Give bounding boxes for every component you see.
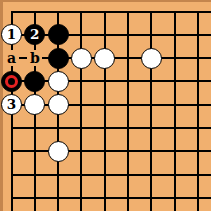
- black-stone: [1, 71, 22, 92]
- point-label-b: b: [27, 50, 42, 66]
- black-stone: [24, 71, 45, 92]
- move-number: 3: [7, 98, 16, 112]
- black-stone: [48, 24, 69, 45]
- white-stone: [94, 48, 115, 69]
- grid-line-horizontal: [11, 174, 212, 176]
- white-stone: 3: [1, 94, 22, 115]
- board-edge-shadow-top: [0, 0, 211, 2]
- black-stone: 2: [24, 24, 45, 45]
- go-board-diagram: 12ab3: [0, 0, 211, 211]
- white-stone: [48, 71, 69, 92]
- move-number: 2: [30, 28, 39, 42]
- black-stone: [48, 48, 69, 69]
- white-stone: [141, 48, 162, 69]
- white-stone: 1: [1, 24, 22, 45]
- grid-line-vertical: [80, 11, 82, 212]
- grid-line-horizontal: [11, 150, 212, 152]
- grid-line-horizontal: [11, 11, 212, 13]
- white-stone: [48, 141, 69, 162]
- move-number: 1: [7, 28, 16, 42]
- grid-line-horizontal: [11, 127, 212, 129]
- grid-line-vertical: [174, 11, 176, 212]
- point-label-a: a: [4, 50, 19, 66]
- white-stone: [24, 94, 45, 115]
- grid-line-vertical: [197, 11, 199, 212]
- white-stone: [71, 48, 92, 69]
- grid-line-vertical: [104, 11, 106, 212]
- grid-line-horizontal: [11, 197, 212, 199]
- grid-line-vertical: [127, 11, 129, 212]
- red-circle-mark: [5, 75, 18, 88]
- white-stone: [48, 94, 69, 115]
- grid-line-vertical: [150, 11, 152, 212]
